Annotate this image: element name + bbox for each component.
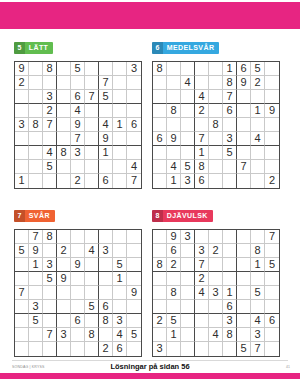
sudoku-cell-r8c5: [71, 160, 85, 174]
sudoku-cell-r8c4: [195, 328, 209, 342]
sudoku-cell-r9c8: 6: [113, 342, 127, 356]
sudoku-cell-r5c6: [85, 286, 99, 300]
sudoku-cell-r7c4: [195, 314, 209, 328]
sudoku-cell-r7c6: 3: [223, 314, 237, 328]
sudoku-cell-r7c8: 3: [113, 314, 127, 328]
sudoku-cell-r3c4: 4: [195, 90, 209, 104]
sudoku-cell-r2c3: [43, 244, 57, 258]
sudoku-cell-r7c7: 8: [99, 314, 113, 328]
sudoku-cell-r4c3: [181, 272, 195, 286]
sudoku-cell-r5c7: 4: [99, 118, 113, 132]
sudoku-cell-r6c7: 6: [99, 300, 113, 314]
sudoku-cell-r9c5: [209, 174, 223, 188]
sudoku-cell-r1c7: [99, 62, 113, 76]
sudoku-cell-r3c2: [29, 90, 43, 104]
sudoku-cell-r8c5: [209, 160, 223, 174]
sudoku-cell-r5c3: [181, 286, 195, 300]
sudoku-cell-r2c8: 8: [251, 244, 265, 258]
sudoku-cell-r8c3: [181, 328, 195, 342]
sudoku-cell-r1c8: 5: [251, 62, 265, 76]
sudoku-cell-r5c2: [167, 118, 181, 132]
sudoku-cell-r9c3: 3: [181, 174, 195, 188]
sudoku-cell-r9c4: [195, 342, 209, 356]
solutions-reference-text: Lösningar på sidan 56: [0, 362, 300, 371]
sudoku-cell-r1c1: [153, 230, 167, 244]
sudoku-cell-r4c9: [127, 104, 141, 118]
sudoku-cell-r4c8: 1: [251, 104, 265, 118]
sudoku-cell-r1c7: [99, 230, 113, 244]
sudoku-cell-r2c4: [195, 76, 209, 90]
sudoku-cell-r5c7: [99, 286, 113, 300]
sudoku-cell-r2c2: [29, 76, 43, 90]
difficulty-badge-djavulsk: 8 DJÄVULSK: [152, 210, 213, 222]
sudoku-cell-r7c2: [167, 146, 181, 160]
sudoku-cell-r5c7: [237, 286, 251, 300]
sudoku-cell-r6c9: [127, 132, 141, 146]
sudoku-cell-r6c3: [43, 132, 57, 146]
sudoku-cell-r2c4: [57, 76, 71, 90]
sudoku-cell-r4c5: 4: [71, 104, 85, 118]
sudoku-cell-r3c9: 5: [265, 258, 279, 272]
sudoku-cell-r7c8: [113, 146, 127, 160]
sudoku-cell-r1c3: 8: [43, 62, 57, 76]
sudoku-cell-r7c4: 1: [195, 146, 209, 160]
sudoku-cell-r3c8: [113, 90, 127, 104]
sudoku-cell-r3c1: [15, 90, 29, 104]
sudoku-cell-r2c9: [127, 76, 141, 90]
sudoku-cell-r5c2: 8: [29, 118, 43, 132]
sudoku-cell-r1c9: [265, 62, 279, 76]
sudoku-cell-r7c5: [209, 314, 223, 328]
sudoku-cell-r5c9: [265, 286, 279, 300]
sudoku-cell-r5c3: [43, 286, 57, 300]
sudoku-cell-r1c2: 7: [29, 230, 43, 244]
sudoku-cell-r3c5: 9: [71, 258, 85, 272]
sudoku-cell-r2c6: 4: [85, 244, 99, 258]
sudoku-cell-r5c8: [113, 286, 127, 300]
sudoku-cell-r6c1: [153, 300, 167, 314]
sudoku-cell-r7c5: 6: [71, 314, 85, 328]
sudoku-cell-r3c9: [127, 90, 141, 104]
sudoku-cell-r6c6: [85, 132, 99, 146]
sudoku-cell-r9c9: [127, 342, 141, 356]
sudoku-cell-r7c2: 5: [167, 314, 181, 328]
sudoku-cell-r6c7: [237, 132, 251, 146]
sudoku-cell-r6c2: 9: [167, 132, 181, 146]
sudoku-cell-r6c1: [15, 132, 29, 146]
sudoku-cell-r2c7: 9: [237, 76, 251, 90]
sudoku-cell-r4c6: [85, 104, 99, 118]
sudoku-cell-r5c4: [57, 118, 71, 132]
sudoku-cell-r2c5: [209, 76, 223, 90]
sudoku-cell-r5c9: 6: [127, 118, 141, 132]
sudoku-cell-r1c8: [113, 230, 127, 244]
sudoku-cell-r8c6: [85, 160, 99, 174]
sudoku-cell-r8c4: 3: [57, 328, 71, 342]
sudoku-cell-r4c8: [251, 272, 265, 286]
sudoku-cell-r6c9: [127, 300, 141, 314]
sudoku-cell-r6c1: [15, 300, 29, 314]
sudoku-cell-r8c6: [223, 160, 237, 174]
puzzle-djavulsk: 8 DJÄVULSK 93763288271528431562534614833…: [152, 204, 284, 357]
sudoku-cell-r6c6: 3: [223, 132, 237, 146]
sudoku-cell-r9c7: 6: [99, 174, 113, 188]
sudoku-cell-r8c7: [99, 328, 113, 342]
sudoku-cell-r1c2: [29, 62, 43, 76]
sudoku-cell-r7c2: [29, 146, 43, 160]
sudoku-cell-r4c3: 2: [43, 104, 57, 118]
sudoku-cell-r8c1: [15, 328, 29, 342]
sudoku-cell-r2c4: 3: [195, 244, 209, 258]
sudoku-cell-r5c6: [85, 118, 99, 132]
sudoku-cell-r4c3: 5: [43, 272, 57, 286]
sudoku-cell-r4c4: 9: [57, 272, 71, 286]
sudoku-cell-r6c8: [113, 300, 127, 314]
sudoku-cell-r9c8: 7: [251, 342, 265, 356]
sudoku-cell-r9c5: [209, 342, 223, 356]
sudoku-cell-r3c8: 5: [113, 258, 127, 272]
sudoku-cell-r3c3: 3: [43, 90, 57, 104]
sudoku-cell-r1c3: [181, 62, 195, 76]
sudoku-cell-r9c7: 5: [237, 342, 251, 356]
sudoku-cell-r4c7: [237, 104, 251, 118]
sudoku-cell-r1c3: 3: [181, 230, 195, 244]
sudoku-cell-r5c3: 7: [43, 118, 57, 132]
sudoku-cell-r8c4: [57, 160, 71, 174]
sudoku-cell-r8c3: 7: [43, 328, 57, 342]
sudoku-cell-r9c1: [15, 342, 29, 356]
sudoku-cell-r1c4: [195, 62, 209, 76]
puzzle-latt: 5 LÄTT 9853273675243879416794831541267: [14, 36, 146, 189]
sudoku-cell-r2c7: [237, 244, 251, 258]
sudoku-cell-r4c6: 6: [223, 104, 237, 118]
sudoku-cell-r4c1: [15, 104, 29, 118]
sudoku-cell-r2c6: 8: [223, 76, 237, 90]
sudoku-cell-r4c7: [237, 272, 251, 286]
sudoku-cell-r4c6: [223, 272, 237, 286]
sudoku-cell-r8c2: [29, 328, 43, 342]
sudoku-cell-r2c2: [167, 76, 181, 90]
sudoku-cell-r5c4: [57, 286, 71, 300]
sudoku-cell-r6c8: [113, 132, 127, 146]
puzzle-difficulty-label: DJÄVULSK: [163, 210, 212, 222]
sudoku-cell-r4c9: 9: [265, 104, 279, 118]
sudoku-cell-r8c9: 5: [127, 328, 141, 342]
sudoku-cell-r1c1: 9: [15, 62, 29, 76]
sudoku-cell-r8c7: 7: [237, 160, 251, 174]
sudoku-cell-r9c9: 7: [127, 174, 141, 188]
sudoku-cell-r3c7: 5: [99, 90, 113, 104]
sudoku-cell-r3c6: [85, 258, 99, 272]
sudoku-cell-r8c7: [99, 160, 113, 174]
sudoku-cell-r8c9: 4: [127, 160, 141, 174]
sudoku-cell-r8c8: [113, 160, 127, 174]
sudoku-cell-r6c4: [57, 300, 71, 314]
puzzle-number: 8: [152, 210, 163, 222]
sudoku-cell-r8c2: 1: [167, 328, 181, 342]
top-pink-band: [0, 2, 300, 29]
sudoku-cell-r4c5: [71, 272, 85, 286]
sudoku-cell-r7c6: [85, 146, 99, 160]
sudoku-cell-r3c4: [57, 258, 71, 272]
sudoku-cell-r3c5: 6: [71, 90, 85, 104]
sudoku-cell-r1c2: [167, 62, 181, 76]
sudoku-cell-r5c9: 9: [127, 286, 141, 300]
sudoku-cell-r2c8: [113, 244, 127, 258]
sudoku-cell-r7c6: [85, 314, 99, 328]
sudoku-cell-r9c8: [251, 174, 265, 188]
sudoku-cell-r3c3: 3: [43, 258, 57, 272]
sudoku-cell-r5c5: 8: [209, 118, 223, 132]
sudoku-cell-r5c9: [265, 118, 279, 132]
sudoku-cell-r7c1: [153, 146, 167, 160]
sudoku-cell-r3c4: 7: [195, 258, 209, 272]
sudoku-cell-r7c7: [237, 146, 251, 160]
sudoku-cell-r5c8: 5: [251, 286, 265, 300]
sudoku-cell-r8c5: [71, 328, 85, 342]
sudoku-cell-r3c1: [153, 90, 167, 104]
sudoku-cell-r7c8: [251, 146, 265, 160]
sudoku-cell-r1c9: [127, 230, 141, 244]
puzzle-number: 7: [14, 210, 25, 222]
sudoku-cell-r7c3: [181, 146, 195, 160]
sudoku-cell-r9c2: [167, 342, 181, 356]
sudoku-cell-r7c4: [57, 314, 71, 328]
sudoku-cell-r1c3: 8: [43, 230, 57, 244]
sudoku-cell-r7c7: [237, 314, 251, 328]
sudoku-cell-r4c3: [181, 104, 195, 118]
sudoku-cell-r5c6: [223, 118, 237, 132]
sudoku-cell-r6c3: [43, 300, 57, 314]
sudoku-cell-r1c9: 3: [127, 62, 141, 76]
sudoku-cell-r3c8: [251, 90, 265, 104]
sudoku-cell-r1c5: [209, 62, 223, 76]
sudoku-cell-r7c8: 4: [251, 314, 265, 328]
sudoku-cell-r7c7: 1: [99, 146, 113, 160]
sudoku-cell-r7c5: [209, 146, 223, 160]
sudoku-cell-r5c8: 1: [113, 118, 127, 132]
puzzle-svar: 7 SVÅR 785924313955917935656837384526: [14, 204, 146, 357]
bottom-pink-band: [0, 373, 300, 379]
sudoku-cell-r4c5: [209, 272, 223, 286]
sudoku-cell-r6c2: [167, 300, 181, 314]
sudoku-cell-r6c8: 4: [251, 132, 265, 146]
sudoku-cell-r2c9: [265, 244, 279, 258]
sudoku-cell-r9c4: 6: [195, 174, 209, 188]
sudoku-cell-r5c5: [71, 286, 85, 300]
difficulty-badge-svar: 7 SVÅR: [14, 210, 55, 222]
sudoku-cell-r1c5: [209, 230, 223, 244]
sudoku-cell-r1c4: [57, 62, 71, 76]
sudoku-cell-r2c3: 4: [181, 76, 195, 90]
sudoku-cell-r2c3: [43, 76, 57, 90]
sudoku-cell-r9c2: 1: [167, 174, 181, 188]
sudoku-cell-r9c5: [71, 342, 85, 356]
sudoku-cell-r6c5: 7: [71, 132, 85, 146]
sudoku-cell-r4c9: [127, 272, 141, 286]
sudoku-cell-r6c3: [181, 132, 195, 146]
sudoku-cell-r2c8: [113, 76, 127, 90]
sudoku-cell-r5c2: [29, 286, 43, 300]
sudoku-cell-r9c1: 1: [15, 174, 29, 188]
sudoku-cell-r2c7: 3: [99, 244, 113, 258]
sudoku-cell-r7c9: [265, 146, 279, 160]
sudoku-cell-r2c9: [265, 76, 279, 90]
sudoku-cell-r5c3: [181, 118, 195, 132]
sudoku-cell-r2c1: [153, 244, 167, 258]
sudoku-cell-r6c6: 5: [85, 300, 99, 314]
sudoku-cell-r2c5: 2: [209, 244, 223, 258]
sudoku-cell-r1c7: 6: [237, 62, 251, 76]
sudoku-cell-r3c3: [181, 90, 195, 104]
sudoku-cell-r3c6: 7: [85, 90, 99, 104]
sudoku-cell-r9c4: [57, 174, 71, 188]
sudoku-cell-r5c6: 1: [223, 286, 237, 300]
sudoku-cell-r9c6: [223, 174, 237, 188]
sudoku-cell-r6c3: [181, 300, 195, 314]
puzzle-difficulty-label: SVÅR: [25, 210, 55, 222]
puzzle-difficulty-label: LÄTT: [25, 42, 53, 54]
sudoku-cell-r9c1: [153, 174, 167, 188]
sudoku-cell-r1c7: [237, 230, 251, 244]
sudoku-cell-r9c1: 3: [153, 342, 167, 356]
sudoku-cell-r9c7: [237, 174, 251, 188]
sudoku-cell-r8c2: [29, 160, 43, 174]
sudoku-cell-r3c2: [167, 90, 181, 104]
sudoku-cell-r3c7: [237, 90, 251, 104]
sudoku-cell-r7c3: [181, 314, 195, 328]
sudoku-cell-r4c4: 2: [195, 272, 209, 286]
sudoku-cell-r8c1: [153, 160, 167, 174]
sudoku-cell-r6c6: 6: [223, 300, 237, 314]
difficulty-badge-latt: 5 LÄTT: [14, 42, 53, 54]
sudoku-cell-r9c5: 2: [71, 174, 85, 188]
sudoku-cell-r2c1: 2: [15, 76, 29, 90]
sudoku-cell-r6c5: [209, 132, 223, 146]
sudoku-cell-r2c5: [71, 76, 85, 90]
sudoku-cell-r1c5: 5: [71, 62, 85, 76]
sudoku-cell-r9c2: [29, 174, 43, 188]
sudoku-cell-r7c3: 4: [43, 146, 57, 160]
sudoku-cell-r4c2: 8: [167, 104, 181, 118]
sudoku-cell-r8c3: 5: [43, 160, 57, 174]
sudoku-cell-r9c6: [223, 342, 237, 356]
sudoku-cell-r7c4: 8: [57, 146, 71, 160]
sudoku-cell-r9c3: [181, 342, 195, 356]
sudoku-cell-r5c2: 8: [167, 286, 181, 300]
sudoku-cell-r6c5: [209, 300, 223, 314]
sudoku-cell-r8c9: [265, 328, 279, 342]
sudoku-cell-r4c7: [99, 104, 113, 118]
sudoku-cell-r4c6: [85, 272, 99, 286]
sudoku-cell-r9c6: [85, 342, 99, 356]
sudoku-cell-r8c1: [15, 160, 29, 174]
sudoku-cell-r3c3: [181, 258, 195, 272]
sudoku-cell-r1c6: 1: [223, 62, 237, 76]
sudoku-cell-r3c6: 7: [223, 90, 237, 104]
sudoku-cell-r1c1: [15, 230, 29, 244]
sudoku-cell-r2c6: [223, 244, 237, 258]
sudoku-cell-r1c6: [85, 62, 99, 76]
sudoku-cell-r7c3: [43, 314, 57, 328]
sudoku-cell-r4c2: [167, 272, 181, 286]
sudoku-cell-r3c5: [209, 90, 223, 104]
sudoku-cell-r2c6: [85, 76, 99, 90]
puzzle-number: 6: [152, 42, 163, 54]
sudoku-cell-r1c6: [223, 230, 237, 244]
sudoku-cell-r5c5: 9: [71, 118, 85, 132]
sudoku-grid-latt: 9853273675243879416794831541267: [14, 61, 142, 189]
sudoku-cell-r2c2: 9: [29, 244, 43, 258]
sudoku-cell-r6c7: 9: [99, 132, 113, 146]
sudoku-cell-r4c4: 2: [195, 104, 209, 118]
sudoku-cell-r6c4: 7: [195, 132, 209, 146]
sudoku-cell-r3c2: 1: [29, 258, 43, 272]
sudoku-cell-r3c4: [57, 90, 71, 104]
sudoku-cell-r6c1: 6: [153, 132, 167, 146]
sudoku-cell-r5c4: [195, 118, 209, 132]
sudoku-cell-r5c4: 4: [195, 286, 209, 300]
sudoku-cell-r8c5: 4: [209, 328, 223, 342]
sudoku-cell-r4c1: [15, 272, 29, 286]
sudoku-cell-r4c1: [153, 272, 167, 286]
sudoku-cell-r9c2: [29, 342, 43, 356]
page-number: 41: [286, 365, 290, 369]
sudoku-cell-r4c9: [265, 272, 279, 286]
sudoku-cell-r8c3: 5: [181, 160, 195, 174]
sudoku-cell-r6c2: 3: [29, 300, 43, 314]
sudoku-cell-r5c5: 3: [209, 286, 223, 300]
sudoku-cell-r6c4: [57, 132, 71, 146]
sudoku-cell-r3c8: 1: [251, 258, 265, 272]
sudoku-cell-r9c6: [85, 174, 99, 188]
sudoku-cell-r8c8: 3: [251, 328, 265, 342]
sudoku-cell-r4c7: [99, 272, 113, 286]
sudoku-cell-r2c2: 6: [167, 244, 181, 258]
sudoku-cell-r3c1: 8: [153, 258, 167, 272]
sudoku-grid-medelsvar: 8165489247826198697341545871362: [152, 61, 280, 189]
sudoku-cell-r7c6: 5: [223, 146, 237, 160]
sudoku-cell-r1c5: [71, 230, 85, 244]
sudoku-cell-r9c3: [43, 174, 57, 188]
sudoku-cell-r8c2: 4: [167, 160, 181, 174]
sudoku-cell-r1c8: [113, 62, 127, 76]
sudoku-cell-r6c9: [265, 132, 279, 146]
sudoku-cell-r8c7: [237, 328, 251, 342]
sudoku-cell-r7c1: [15, 314, 29, 328]
sudoku-cell-r7c9: [127, 314, 141, 328]
sudoku-cell-r8c4: 8: [195, 160, 209, 174]
sudoku-grid-djavulsk: 9376328827152843156253461483357: [152, 229, 280, 357]
sudoku-cell-r3c6: [223, 258, 237, 272]
sudoku-cell-r8c9: [265, 160, 279, 174]
puzzle-difficulty-label: MEDELSVÅR: [163, 42, 219, 54]
sudoku-cell-r5c1: [153, 118, 167, 132]
sudoku-cell-r3c1: [15, 258, 29, 272]
sudoku-cell-r3c9: [265, 90, 279, 104]
sudoku-cell-r2c3: [181, 244, 195, 258]
sudoku-cell-r2c7: 7: [99, 76, 113, 90]
puzzle-medelsvar: 6 MEDELSVÅR 8165489247826198697341545871…: [152, 36, 284, 189]
sudoku-cell-r6c5: [71, 300, 85, 314]
sudoku-cell-r6c7: [237, 300, 251, 314]
sudoku-cell-r3c7: [99, 258, 113, 272]
sudoku-cell-r7c2: 5: [29, 314, 43, 328]
sudoku-cell-r8c6: 8: [223, 328, 237, 342]
sudoku-cell-r2c1: [153, 76, 167, 90]
sudoku-cell-r9c9: 2: [265, 174, 279, 188]
sudoku-cell-r2c4: 2: [57, 244, 71, 258]
